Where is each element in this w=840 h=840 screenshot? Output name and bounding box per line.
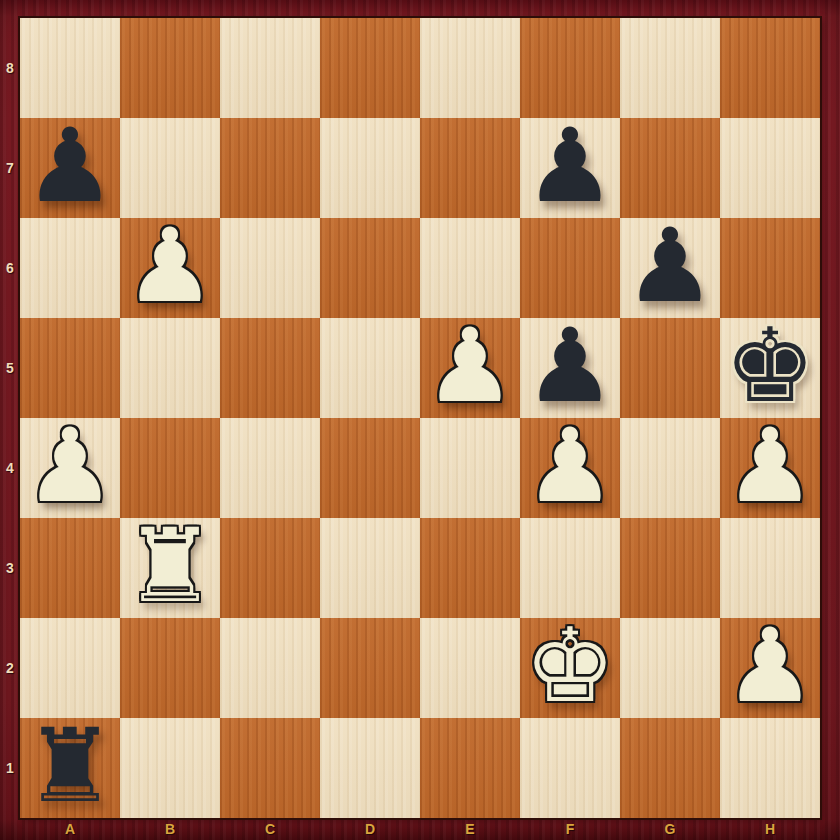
square-g6[interactable]: ♟ [620, 218, 720, 318]
white-pawn-h4[interactable]: ♟ [720, 416, 820, 516]
black-pawn-a7[interactable]: ♟ [20, 116, 120, 216]
black-pawn-f7[interactable]: ♟ [520, 116, 620, 216]
square-e7[interactable] [420, 118, 520, 218]
file-label-b: B [120, 818, 220, 840]
rank-label-7: 7 [0, 118, 20, 218]
square-e1[interactable] [420, 718, 520, 818]
square-b8[interactable] [120, 18, 220, 118]
rank-label-4: 4 [0, 418, 20, 518]
black-king-h5[interactable]: ♚ [720, 316, 820, 416]
square-h8[interactable] [720, 18, 820, 118]
square-a4[interactable]: ♟ [20, 418, 120, 518]
square-f7[interactable]: ♟ [520, 118, 620, 218]
square-a3[interactable] [20, 518, 120, 618]
rank-label-8: 8 [0, 18, 20, 118]
square-f5[interactable]: ♟ [520, 318, 620, 418]
square-h1[interactable] [720, 718, 820, 818]
square-b2[interactable] [120, 618, 220, 718]
rank-label-3: 3 [0, 518, 20, 618]
square-b7[interactable] [120, 118, 220, 218]
square-a1[interactable]: ♜ [20, 718, 120, 818]
square-f1[interactable] [520, 718, 620, 818]
square-e6[interactable] [420, 218, 520, 318]
square-h4[interactable]: ♟ [720, 418, 820, 518]
square-e3[interactable] [420, 518, 520, 618]
square-e8[interactable] [420, 18, 520, 118]
white-pawn-a4[interactable]: ♟ [20, 416, 120, 516]
square-h5[interactable]: ♚ [720, 318, 820, 418]
square-c1[interactable] [220, 718, 320, 818]
white-pawn-h2[interactable]: ♟ [720, 616, 820, 716]
file-labels: ABCDEFGH [20, 818, 820, 840]
black-rook-a1[interactable]: ♜ [20, 716, 120, 816]
square-f3[interactable] [520, 518, 620, 618]
square-a6[interactable] [20, 218, 120, 318]
square-f4[interactable]: ♟ [520, 418, 620, 518]
square-b4[interactable] [120, 418, 220, 518]
square-f8[interactable] [520, 18, 620, 118]
square-c3[interactable] [220, 518, 320, 618]
file-label-c: C [220, 818, 320, 840]
square-c2[interactable] [220, 618, 320, 718]
file-label-g: G [620, 818, 720, 840]
square-c5[interactable] [220, 318, 320, 418]
board-frame: 87654321 ♟♟♟♟♟♟♚♟♟♟♜♚♟♜ ABCDEFGH [0, 0, 840, 840]
square-d4[interactable] [320, 418, 420, 518]
square-g8[interactable] [620, 18, 720, 118]
square-a7[interactable]: ♟ [20, 118, 120, 218]
square-c4[interactable] [220, 418, 320, 518]
white-pawn-f4[interactable]: ♟ [520, 416, 620, 516]
square-b5[interactable] [120, 318, 220, 418]
square-d6[interactable] [320, 218, 420, 318]
rank-labels: 87654321 [0, 18, 20, 818]
square-c6[interactable] [220, 218, 320, 318]
square-d1[interactable] [320, 718, 420, 818]
square-d7[interactable] [320, 118, 420, 218]
chess-board[interactable]: ♟♟♟♟♟♟♚♟♟♟♜♚♟♜ [20, 18, 820, 818]
white-pawn-b6[interactable]: ♟ [120, 216, 220, 316]
square-b3[interactable]: ♜ [120, 518, 220, 618]
square-b6[interactable]: ♟ [120, 218, 220, 318]
white-king-f2[interactable]: ♚ [520, 616, 620, 716]
square-d2[interactable] [320, 618, 420, 718]
square-a8[interactable] [20, 18, 120, 118]
file-label-a: A [20, 818, 120, 840]
rank-label-5: 5 [0, 318, 20, 418]
file-label-f: F [520, 818, 620, 840]
black-pawn-g6[interactable]: ♟ [620, 216, 720, 316]
square-h2[interactable]: ♟ [720, 618, 820, 718]
square-g3[interactable] [620, 518, 720, 618]
square-a2[interactable] [20, 618, 120, 718]
square-a5[interactable] [20, 318, 120, 418]
file-label-e: E [420, 818, 520, 840]
square-h7[interactable] [720, 118, 820, 218]
square-f2[interactable]: ♚ [520, 618, 620, 718]
square-c8[interactable] [220, 18, 320, 118]
square-e5[interactable]: ♟ [420, 318, 520, 418]
square-g2[interactable] [620, 618, 720, 718]
square-e4[interactable] [420, 418, 520, 518]
square-h6[interactable] [720, 218, 820, 318]
square-g5[interactable] [620, 318, 720, 418]
black-pawn-f5[interactable]: ♟ [520, 316, 620, 416]
square-b1[interactable] [120, 718, 220, 818]
file-label-d: D [320, 818, 420, 840]
square-g7[interactable] [620, 118, 720, 218]
square-c7[interactable] [220, 118, 320, 218]
white-rook-b3[interactable]: ♜ [120, 516, 220, 616]
square-d5[interactable] [320, 318, 420, 418]
white-pawn-e5[interactable]: ♟ [420, 316, 520, 416]
rank-label-2: 2 [0, 618, 20, 718]
rank-label-1: 1 [0, 718, 20, 818]
square-h3[interactable] [720, 518, 820, 618]
square-e2[interactable] [420, 618, 520, 718]
rank-label-6: 6 [0, 218, 20, 318]
file-label-h: H [720, 818, 820, 840]
square-g4[interactable] [620, 418, 720, 518]
square-f6[interactable] [520, 218, 620, 318]
square-d3[interactable] [320, 518, 420, 618]
square-g1[interactable] [620, 718, 720, 818]
square-d8[interactable] [320, 18, 420, 118]
